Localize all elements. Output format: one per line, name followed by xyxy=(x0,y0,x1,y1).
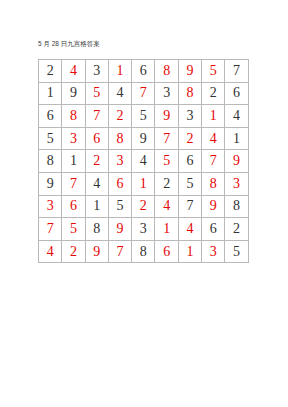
sudoku-cell-r8c9: 2 xyxy=(225,218,248,241)
sudoku-cell-r1c5: 6 xyxy=(132,60,155,83)
sudoku-cell-r6c3: 4 xyxy=(86,173,109,196)
sudoku-cell-r5c9: 9 xyxy=(225,150,248,173)
sudoku-cell-r6c7: 5 xyxy=(179,173,202,196)
sudoku-cell-r8c5: 3 xyxy=(132,218,155,241)
sudoku-cell-r1c3: 3 xyxy=(86,60,109,83)
sudoku-cell-r3c2: 8 xyxy=(62,105,85,128)
sudoku-cell-r9c7: 1 xyxy=(179,241,202,264)
sudoku-cell-r9c1: 4 xyxy=(39,241,62,264)
sudoku-cell-r4c3: 6 xyxy=(86,128,109,151)
sudoku-cell-r1c6: 8 xyxy=(155,60,178,83)
sudoku-cell-r4c9: 1 xyxy=(225,128,248,151)
sudoku-cell-r5c3: 2 xyxy=(86,150,109,173)
sudoku-cell-r4c1: 5 xyxy=(39,128,62,151)
page-title: 5 月 28 日九宫格答案 xyxy=(38,40,100,48)
sudoku-cell-r6c2: 7 xyxy=(62,173,85,196)
sudoku-cell-r5c8: 7 xyxy=(202,150,225,173)
sudoku-cell-r6c6: 2 xyxy=(155,173,178,196)
sudoku-cell-r5c1: 8 xyxy=(39,150,62,173)
sudoku-cell-r7c8: 9 xyxy=(202,196,225,219)
sudoku-cell-r4c5: 9 xyxy=(132,128,155,151)
sudoku-cell-r3c1: 6 xyxy=(39,105,62,128)
sudoku-cell-r5c2: 1 xyxy=(62,150,85,173)
sudoku-cell-r7c9: 8 xyxy=(225,196,248,219)
sudoku-cell-r6c4: 6 xyxy=(109,173,132,196)
sudoku-cell-r7c4: 5 xyxy=(109,196,132,219)
sudoku-cell-r2c2: 9 xyxy=(62,83,85,106)
page: 5 月 28 日九宫格答案 24316895719547382668725931… xyxy=(0,0,288,407)
sudoku-cell-r5c4: 3 xyxy=(109,150,132,173)
sudoku-cell-r3c9: 4 xyxy=(225,105,248,128)
sudoku-cell-r7c1: 3 xyxy=(39,196,62,219)
sudoku-cell-r9c4: 7 xyxy=(109,241,132,264)
sudoku-cell-r7c5: 2 xyxy=(132,196,155,219)
sudoku-cell-r4c6: 7 xyxy=(155,128,178,151)
sudoku-cell-r3c8: 1 xyxy=(202,105,225,128)
sudoku-cell-r3c5: 5 xyxy=(132,105,155,128)
sudoku-cell-r1c9: 7 xyxy=(225,60,248,83)
sudoku-cell-r1c8: 5 xyxy=(202,60,225,83)
sudoku-cell-r4c8: 4 xyxy=(202,128,225,151)
sudoku-cell-r1c1: 2 xyxy=(39,60,62,83)
sudoku-cell-r9c9: 5 xyxy=(225,241,248,264)
sudoku-cell-r9c6: 6 xyxy=(155,241,178,264)
sudoku-cell-r2c4: 4 xyxy=(109,83,132,106)
sudoku-cell-r8c4: 9 xyxy=(109,218,132,241)
sudoku-cell-r3c3: 7 xyxy=(86,105,109,128)
sudoku-cell-r8c2: 5 xyxy=(62,218,85,241)
sudoku-cell-r6c9: 3 xyxy=(225,173,248,196)
sudoku-cell-r8c1: 7 xyxy=(39,218,62,241)
sudoku-cell-r2c1: 1 xyxy=(39,83,62,106)
sudoku-cell-r2c6: 3 xyxy=(155,83,178,106)
sudoku-cell-r5c5: 4 xyxy=(132,150,155,173)
sudoku-cell-r3c7: 3 xyxy=(179,105,202,128)
sudoku-cell-r2c8: 2 xyxy=(202,83,225,106)
sudoku-cell-r9c8: 3 xyxy=(202,241,225,264)
sudoku-cell-r4c4: 8 xyxy=(109,128,132,151)
sudoku-cell-r2c3: 5 xyxy=(86,83,109,106)
sudoku-cell-r7c2: 6 xyxy=(62,196,85,219)
sudoku-cell-r8c7: 4 xyxy=(179,218,202,241)
sudoku-cell-r1c7: 9 xyxy=(179,60,202,83)
sudoku-cell-r8c3: 8 xyxy=(86,218,109,241)
sudoku-cell-r6c8: 8 xyxy=(202,173,225,196)
sudoku-cell-r8c8: 6 xyxy=(202,218,225,241)
sudoku-cell-r6c5: 1 xyxy=(132,173,155,196)
sudoku-cell-r4c7: 2 xyxy=(179,128,202,151)
sudoku-cell-r6c1: 9 xyxy=(39,173,62,196)
sudoku-cell-r4c2: 3 xyxy=(62,128,85,151)
sudoku-cell-r5c6: 5 xyxy=(155,150,178,173)
sudoku-cell-r3c4: 2 xyxy=(109,105,132,128)
sudoku-cell-r8c6: 1 xyxy=(155,218,178,241)
sudoku-cell-r1c4: 1 xyxy=(109,60,132,83)
sudoku-cell-r5c7: 6 xyxy=(179,150,202,173)
sudoku-grid: 2431689571954738266872593145368972418123… xyxy=(38,59,249,263)
sudoku-cell-r2c9: 6 xyxy=(225,83,248,106)
sudoku-cell-r9c2: 2 xyxy=(62,241,85,264)
sudoku-cell-r1c2: 4 xyxy=(62,60,85,83)
sudoku-cell-r7c6: 4 xyxy=(155,196,178,219)
sudoku-cell-r3c6: 9 xyxy=(155,105,178,128)
sudoku-cell-r9c3: 9 xyxy=(86,241,109,264)
sudoku-cell-r2c7: 8 xyxy=(179,83,202,106)
sudoku-cell-r7c7: 7 xyxy=(179,196,202,219)
sudoku-cell-r2c5: 7 xyxy=(132,83,155,106)
sudoku-cell-r9c5: 8 xyxy=(132,241,155,264)
sudoku-cell-r7c3: 1 xyxy=(86,196,109,219)
